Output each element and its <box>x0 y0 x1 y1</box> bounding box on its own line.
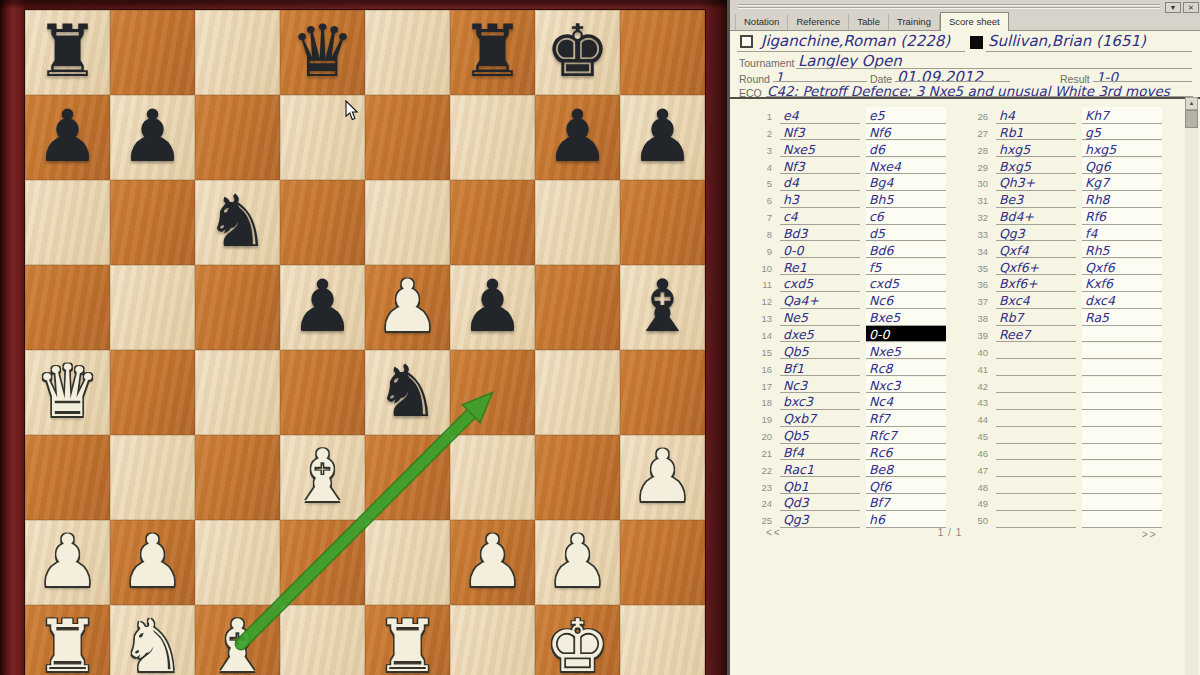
move-row-25: 25Qg3h6 <box>758 511 958 528</box>
pane-grip-handle[interactable] <box>738 4 1160 9</box>
white-pawn-f2[interactable]: ♟ <box>460 525 525 597</box>
square-b6[interactable] <box>110 180 195 265</box>
black-move-cell-34[interactable]: Rh5 <box>1082 242 1162 259</box>
white-color-indicator <box>740 35 753 48</box>
move-number: 2 <box>758 124 772 141</box>
page-indicator: 1 / 1 <box>910 527 990 538</box>
scrollbar[interactable]: ▲ <box>1185 97 1198 675</box>
square-b7[interactable]: ♟ <box>110 95 195 180</box>
white-move-cell-22[interactable]: Rac1 <box>780 461 860 478</box>
white-pawn-b2[interactable]: ♟ <box>120 525 185 597</box>
white-move-cell-11[interactable]: cxd5 <box>780 275 860 292</box>
black-pawn-f5[interactable]: ♟ <box>460 270 525 342</box>
white-move-cell-28[interactable]: hxg5 <box>996 141 1076 158</box>
white-move-cell-41[interactable] <box>996 360 1076 377</box>
white-move-cell-21[interactable]: Bf4 <box>780 444 860 461</box>
move-row-33: 33Qg3f4 <box>974 225 1174 242</box>
white-queen-a4[interactable]: ♛ <box>35 355 100 427</box>
square-d2[interactable] <box>280 520 365 605</box>
black-move-cell-23[interactable]: Qf6 <box>866 478 946 495</box>
square-d8[interactable]: ♛ <box>280 10 365 95</box>
black-move-cell-43[interactable] <box>1082 393 1162 410</box>
white-move-cell-7[interactable]: c4 <box>780 208 860 225</box>
square-a2[interactable]: ♟ <box>25 520 110 605</box>
move-row-6: 6h3Bh5 <box>758 191 958 208</box>
square-g4[interactable] <box>535 350 620 435</box>
move-row-5: 5d4Bg4 <box>758 174 958 191</box>
move-row-31: 31Be3Rh8 <box>974 191 1174 208</box>
square-g8[interactable]: ♚ <box>535 10 620 95</box>
move-number: 10 <box>758 259 772 276</box>
move-number: 43 <box>974 393 988 410</box>
black-move-cell-15[interactable]: Nxe5 <box>866 343 946 360</box>
pane-menu-button[interactable]: ▼ <box>1165 2 1181 13</box>
square-a3[interactable] <box>25 435 110 520</box>
move-number: 21 <box>758 444 772 461</box>
move-row-7: 7c4c6 <box>758 208 958 225</box>
menu-triangle-icon: ▼ <box>1170 4 1177 11</box>
black-rook-a8[interactable]: ♜ <box>35 15 100 87</box>
white-move-cell-45[interactable] <box>996 427 1076 444</box>
scoresheet-panel: ▼ ✕ Notation Reference Table Training Sc… <box>730 0 1200 675</box>
square-h4[interactable] <box>620 350 705 435</box>
square-c8[interactable] <box>195 10 280 95</box>
move-row-28: 28hxg5hxg5 <box>974 141 1174 158</box>
black-move-cell-30[interactable]: Kg7 <box>1082 174 1162 191</box>
square-a4[interactable]: ♛ <box>25 350 110 435</box>
move-row-45: 45 <box>974 427 1174 444</box>
square-d7[interactable] <box>280 95 365 180</box>
square-e6[interactable] <box>365 180 450 265</box>
square-a6[interactable] <box>25 180 110 265</box>
square-d5[interactable]: ♟ <box>280 265 365 350</box>
move-row-12: 12Qa4+Nc6 <box>758 292 958 309</box>
move-number: 45 <box>974 427 988 444</box>
black-move-cell-37[interactable]: dxc4 <box>1082 292 1162 309</box>
black-move-cell-1[interactable]: e5 <box>866 107 946 124</box>
black-move-cell-48[interactable] <box>1082 478 1162 495</box>
move-number: 1 <box>758 107 772 124</box>
black-rook-f8[interactable]: ♜ <box>460 15 525 87</box>
move-row-34: 34Qxf4Rh5 <box>974 242 1174 259</box>
black-move-cell-31[interactable]: Rh8 <box>1082 191 1162 208</box>
black-move-cell-5[interactable]: Bg4 <box>866 174 946 191</box>
move-row-47: 47 <box>974 461 1174 478</box>
move-row-44: 44 <box>974 410 1174 427</box>
square-f4[interactable] <box>450 350 535 435</box>
white-move-cell-1[interactable]: e4 <box>780 107 860 124</box>
square-a5[interactable] <box>25 265 110 350</box>
move-row-49: 49 <box>974 494 1174 511</box>
square-e3[interactable] <box>365 435 450 520</box>
move-row-36: 36Bxf6+Kxf6 <box>974 275 1174 292</box>
black-bishop-h5[interactable]: ♝ <box>630 270 695 342</box>
square-f2[interactable]: ♟ <box>450 520 535 605</box>
white-move-cell-44[interactable] <box>996 410 1076 427</box>
move-row-41: 41 <box>974 360 1174 377</box>
black-move-cell-49[interactable] <box>1082 494 1162 511</box>
move-number: 37 <box>974 292 988 309</box>
square-f3[interactable] <box>450 435 535 520</box>
move-row-14: 14dxe50-0 <box>758 326 958 343</box>
move-number: 5 <box>758 174 772 191</box>
black-move-cell-45[interactable] <box>1082 427 1162 444</box>
tab-training[interactable]: Training <box>889 14 940 30</box>
black-player-underline <box>986 51 1192 52</box>
move-number: 36 <box>974 275 988 292</box>
square-a7[interactable]: ♟ <box>25 95 110 180</box>
square-e5[interactable]: ♟ <box>365 265 450 350</box>
black-pawn-g7[interactable]: ♟ <box>545 100 610 172</box>
square-h7[interactable]: ♟ <box>620 95 705 180</box>
square-b3[interactable] <box>110 435 195 520</box>
square-c2[interactable] <box>195 520 280 605</box>
square-b2[interactable]: ♟ <box>110 520 195 605</box>
move-number: 39 <box>974 326 988 343</box>
black-move-cell-14[interactable]: 0-0 <box>866 326 946 343</box>
black-move-cell-42[interactable] <box>1082 377 1162 394</box>
white-move-cell-8[interactable]: Bd3 <box>780 225 860 242</box>
move-number: 15 <box>758 343 772 360</box>
move-number: 33 <box>974 225 988 242</box>
white-move-cell-34[interactable]: Qxf4 <box>996 242 1076 259</box>
black-move-cell-50[interactable] <box>1082 511 1162 528</box>
white-move-cell-13[interactable]: Ne5 <box>780 309 860 326</box>
black-queen-d8[interactable]: ♛ <box>290 15 355 87</box>
white-move-cell-20[interactable]: Qb5 <box>780 427 860 444</box>
square-b4[interactable] <box>110 350 195 435</box>
prev-page-button[interactable]: << <box>766 527 782 538</box>
black-move-cell-40[interactable] <box>1082 343 1162 360</box>
black-move-cell-11[interactable]: cxd5 <box>866 275 946 292</box>
square-d4[interactable] <box>280 350 365 435</box>
white-move-cell-25[interactable]: Qg3 <box>780 511 860 528</box>
white-move-cell-35[interactable]: Qxf6+ <box>996 259 1076 276</box>
white-move-cell-50[interactable] <box>996 511 1076 528</box>
black-move-cell-36[interactable]: Kxf6 <box>1082 275 1162 292</box>
move-row-13: 13Ne5Bxe5 <box>758 309 958 326</box>
move-number: 27 <box>974 124 988 141</box>
white-move-cell-9[interactable]: 0-0 <box>780 242 860 259</box>
white-knight-b1[interactable]: ♞ <box>120 610 185 675</box>
white-move-cell-3[interactable]: Nxe5 <box>780 141 860 158</box>
black-move-cell-17[interactable]: Nxc3 <box>866 377 946 394</box>
white-move-cell-40[interactable] <box>996 343 1076 360</box>
white-move-cell-10[interactable]: Re1 <box>780 259 860 276</box>
black-move-cell-12[interactable]: Nc6 <box>866 292 946 309</box>
move-number: 25 <box>758 511 772 528</box>
move-number: 8 <box>758 225 772 242</box>
move-number: 6 <box>758 191 772 208</box>
move-number: 13 <box>758 309 772 326</box>
white-move-cell-24[interactable]: Qd3 <box>780 494 860 511</box>
move-number: 42 <box>974 377 988 394</box>
white-king-g1[interactable]: ♚ <box>545 610 610 675</box>
white-move-cell-42[interactable] <box>996 377 1076 394</box>
white-player-field[interactable]: Jiganchine,Roman (2228) <box>761 32 950 50</box>
move-number: 12 <box>758 292 772 309</box>
black-knight-c6[interactable]: ♞ <box>205 185 270 257</box>
move-row-16: 16Bf1Rc8 <box>758 360 958 377</box>
move-number: 20 <box>758 427 772 444</box>
white-pawn-e5[interactable]: ♟ <box>375 270 440 342</box>
square-a1[interactable]: ♜ <box>25 605 110 675</box>
black-move-cell-2[interactable]: Nf6 <box>866 124 946 141</box>
square-e1[interactable]: ♜ <box>365 605 450 675</box>
scrollbar-up-icon[interactable]: ▲ <box>1185 97 1198 110</box>
white-move-cell-31[interactable]: Be3 <box>996 191 1076 208</box>
square-e8[interactable] <box>365 10 450 95</box>
tab-bar: Notation Reference Table Training Score … <box>730 13 1200 31</box>
square-g7[interactable]: ♟ <box>535 95 620 180</box>
white-move-cell-46[interactable] <box>996 444 1076 461</box>
black-pawn-d5[interactable]: ♟ <box>290 270 355 342</box>
white-move-cell-5[interactable]: d4 <box>780 174 860 191</box>
square-b8[interactable] <box>110 10 195 95</box>
square-e4[interactable]: ♞ <box>365 350 450 435</box>
white-move-cell-33[interactable]: Qg3 <box>996 225 1076 242</box>
white-move-cell-15[interactable]: Qb5 <box>780 343 860 360</box>
square-a8[interactable]: ♜ <box>25 10 110 95</box>
move-number: 40 <box>974 343 988 360</box>
white-move-cell-43[interactable] <box>996 393 1076 410</box>
square-d3[interactable]: ♝ <box>280 435 365 520</box>
black-move-cell-24[interactable]: Bf7 <box>866 494 946 511</box>
white-move-cell-26[interactable]: h4 <box>996 107 1076 124</box>
black-knight-e4[interactable]: ♞ <box>375 355 440 427</box>
move-number: 23 <box>758 478 772 495</box>
white-move-cell-6[interactable]: h3 <box>780 191 860 208</box>
move-number: 4 <box>758 158 772 175</box>
square-h3[interactable]: ♟ <box>620 435 705 520</box>
white-pawn-g2[interactable]: ♟ <box>545 525 610 597</box>
black-move-cell-7[interactable]: c6 <box>866 208 946 225</box>
black-move-cell-39[interactable] <box>1082 326 1162 343</box>
move-row-43: 43 <box>974 393 1174 410</box>
black-move-cell-6[interactable]: Bh5 <box>866 191 946 208</box>
black-move-cell-32[interactable]: Rf6 <box>1082 208 1162 225</box>
white-pawn-a2[interactable]: ♟ <box>35 525 100 597</box>
black-move-cell-9[interactable]: Bd6 <box>866 242 946 259</box>
square-g3[interactable] <box>535 435 620 520</box>
black-move-cell-20[interactable]: Rfc7 <box>866 427 946 444</box>
square-c7[interactable] <box>195 95 280 180</box>
white-rook-e1[interactable]: ♜ <box>375 610 440 675</box>
square-e7[interactable] <box>365 95 450 180</box>
close-icon: ✕ <box>1188 4 1194 11</box>
move-number: 9 <box>758 242 772 259</box>
move-number: 16 <box>758 360 772 377</box>
move-row-23: 23Qb1Qf6 <box>758 478 958 495</box>
square-d1[interactable] <box>280 605 365 675</box>
black-move-cell-18[interactable]: Nc4 <box>866 393 946 410</box>
square-g6[interactable] <box>535 180 620 265</box>
black-move-cell-19[interactable]: Rf7 <box>866 410 946 427</box>
move-number: 44 <box>974 410 988 427</box>
move-row-30: 30Qh3+Kg7 <box>974 174 1174 191</box>
black-move-cell-47[interactable] <box>1082 461 1162 478</box>
move-number: 30 <box>974 174 988 191</box>
square-b5[interactable] <box>110 265 195 350</box>
white-move-cell-47[interactable] <box>996 461 1076 478</box>
square-h6[interactable] <box>620 180 705 265</box>
move-row-26: 26h4Kh7 <box>974 107 1174 124</box>
black-move-cell-29[interactable]: Qg6 <box>1082 158 1162 175</box>
move-row-37: 37Bxc4dxc4 <box>974 292 1174 309</box>
move-number: 50 <box>974 511 988 528</box>
white-move-cell-29[interactable]: Bxg5 <box>996 158 1076 175</box>
black-move-cell-28[interactable]: hxg5 <box>1082 141 1162 158</box>
white-move-cell-32[interactable]: Bd4+ <box>996 208 1076 225</box>
black-move-cell-27[interactable]: g5 <box>1082 124 1162 141</box>
black-move-cell-26[interactable]: Kh7 <box>1082 107 1162 124</box>
white-move-cell-12[interactable]: Qa4+ <box>780 292 860 309</box>
white-move-cell-37[interactable]: Bxc4 <box>996 292 1076 309</box>
move-number: 18 <box>758 393 772 410</box>
move-row-8: 8Bd3d5 <box>758 225 958 242</box>
black-move-cell-8[interactable]: d5 <box>866 225 946 242</box>
white-move-cell-48[interactable] <box>996 478 1076 495</box>
pane-close-button[interactable]: ✕ <box>1183 2 1199 13</box>
move-number: 38 <box>974 309 988 326</box>
move-number: 3 <box>758 141 772 158</box>
white-move-cell-36[interactable]: Bxf6+ <box>996 275 1076 292</box>
black-move-cell-10[interactable]: f5 <box>866 259 946 276</box>
square-c5[interactable] <box>195 265 280 350</box>
tournament-underline <box>796 68 1192 69</box>
move-row-24: 24Qd3Bf7 <box>758 494 958 511</box>
square-c1[interactable]: ♝ <box>195 605 280 675</box>
square-g1[interactable]: ♚ <box>535 605 620 675</box>
white-move-cell-4[interactable]: Nf3 <box>780 158 860 175</box>
white-move-cell-27[interactable]: Rb1 <box>996 124 1076 141</box>
move-number: 17 <box>758 377 772 394</box>
move-row-19: 19Qxb7Rf7 <box>758 410 958 427</box>
move-number: 26 <box>974 107 988 124</box>
square-e2[interactable] <box>365 520 450 605</box>
move-number: 22 <box>758 461 772 478</box>
scoresheet-column-right: 26h4Kh727Rb1g528hxg5hxg529Bxg5Qg630Qh3+K… <box>974 107 1174 528</box>
tab-reference[interactable]: Reference <box>788 14 849 30</box>
move-number: 49 <box>974 494 988 511</box>
tab-table[interactable]: Table <box>849 14 889 30</box>
tab-notation[interactable]: Notation <box>735 14 788 30</box>
black-king-g8[interactable]: ♚ <box>545 15 610 87</box>
white-move-cell-39[interactable]: Ree7 <box>996 326 1076 343</box>
move-row-27: 27Rb1g5 <box>974 124 1174 141</box>
square-f1[interactable] <box>450 605 535 675</box>
score-sheet: 1e4e52Nf3Nf63Nxe5d64Nf3Nxe45d4Bg46h3Bh57… <box>730 99 1200 675</box>
move-row-20: 20Qb5Rfc7 <box>758 427 958 444</box>
black-move-cell-4[interactable]: Nxe4 <box>866 158 946 175</box>
black-move-cell-41[interactable] <box>1082 360 1162 377</box>
move-number: 47 <box>974 461 988 478</box>
square-h5[interactable]: ♝ <box>620 265 705 350</box>
move-row-2: 2Nf3Nf6 <box>758 124 958 141</box>
square-h1[interactable] <box>620 605 705 675</box>
black-move-cell-44[interactable] <box>1082 410 1162 427</box>
next-page-button[interactable]: >> <box>1142 529 1158 540</box>
move-row-42: 42 <box>974 377 1174 394</box>
move-row-17: 17Nc3Nxc3 <box>758 377 958 394</box>
black-move-cell-22[interactable]: Be8 <box>866 461 946 478</box>
square-h8[interactable] <box>620 10 705 95</box>
move-row-35: 35Qxf6+Qxf6 <box>974 259 1174 276</box>
white-bishop-d3[interactable]: ♝ <box>290 440 355 512</box>
black-pawn-h7[interactable]: ♟ <box>630 100 695 172</box>
square-f5[interactable]: ♟ <box>450 265 535 350</box>
black-move-cell-13[interactable]: Bxe5 <box>866 309 946 326</box>
white-move-cell-38[interactable]: Rb7 <box>996 309 1076 326</box>
white-move-cell-2[interactable]: Nf3 <box>780 124 860 141</box>
black-move-cell-38[interactable]: Ra5 <box>1082 309 1162 326</box>
move-row-40: 40 <box>974 343 1174 360</box>
black-move-cell-25[interactable]: h6 <box>866 511 946 528</box>
move-number: 29 <box>974 158 988 175</box>
square-c4[interactable] <box>195 350 280 435</box>
black-move-cell-33[interactable]: f4 <box>1082 225 1162 242</box>
white-move-cell-30[interactable]: Qh3+ <box>996 174 1076 191</box>
square-g2[interactable]: ♟ <box>535 520 620 605</box>
white-bishop-c1[interactable]: ♝ <box>205 610 270 675</box>
move-number: 31 <box>974 191 988 208</box>
black-move-cell-46[interactable] <box>1082 444 1162 461</box>
white-rook-a1[interactable]: ♜ <box>35 610 100 675</box>
white-move-cell-17[interactable]: Nc3 <box>780 377 860 394</box>
square-g5[interactable] <box>535 265 620 350</box>
black-pawn-a7[interactable]: ♟ <box>35 100 100 172</box>
white-move-cell-49[interactable] <box>996 494 1076 511</box>
square-f8[interactable]: ♜ <box>450 10 535 95</box>
black-move-cell-35[interactable]: Qxf6 <box>1082 259 1162 276</box>
scoresheet-column-left: 1e4e52Nf3Nf63Nxe5d64Nf3Nxe45d4Bg46h3Bh57… <box>758 107 958 528</box>
square-f6[interactable] <box>450 180 535 265</box>
white-move-cell-19[interactable]: Qxb7 <box>780 410 860 427</box>
square-c6[interactable]: ♞ <box>195 180 280 265</box>
move-number: 48 <box>974 478 988 495</box>
black-move-cell-3[interactable]: d6 <box>866 141 946 158</box>
game-header: Jiganchine,Roman (2228) Sullivan,Brian (… <box>730 31 1200 99</box>
move-number: 34 <box>974 242 988 259</box>
move-number: 7 <box>758 208 772 225</box>
white-move-cell-18[interactable]: bxc3 <box>780 393 860 410</box>
white-pawn-h3[interactable]: ♟ <box>630 440 695 512</box>
move-row-50: 50 <box>974 511 1174 528</box>
white-move-cell-16[interactable]: Bf1 <box>780 360 860 377</box>
white-move-cell-14[interactable]: dxe5 <box>780 326 860 343</box>
move-row-10: 10Re1f5 <box>758 259 958 276</box>
black-pawn-b7[interactable]: ♟ <box>120 100 185 172</box>
scrollbar-thumb[interactable] <box>1185 110 1198 128</box>
white-move-cell-23[interactable]: Qb1 <box>780 478 860 495</box>
move-number: 14 <box>758 326 772 343</box>
black-player-field[interactable]: Sullivan,Brian (1651) <box>988 32 1146 50</box>
tab-score-sheet[interactable]: Score sheet <box>940 12 1009 31</box>
square-b1[interactable]: ♞ <box>110 605 195 675</box>
square-f7[interactable] <box>450 95 535 180</box>
move-row-15: 15Qb5Nxe5 <box>758 343 958 360</box>
square-c3[interactable] <box>195 435 280 520</box>
move-row-29: 29Bxg5Qg6 <box>974 158 1174 175</box>
move-row-9: 90-0Bd6 <box>758 242 958 259</box>
tournament-label: Tournament <box>739 57 794 69</box>
black-move-cell-21[interactable]: Rc6 <box>866 444 946 461</box>
move-row-21: 21Bf4Rc6 <box>758 444 958 461</box>
square-h2[interactable] <box>620 520 705 605</box>
black-move-cell-16[interactable]: Rc8 <box>866 360 946 377</box>
move-number: 41 <box>974 360 988 377</box>
square-d6[interactable] <box>280 180 365 265</box>
